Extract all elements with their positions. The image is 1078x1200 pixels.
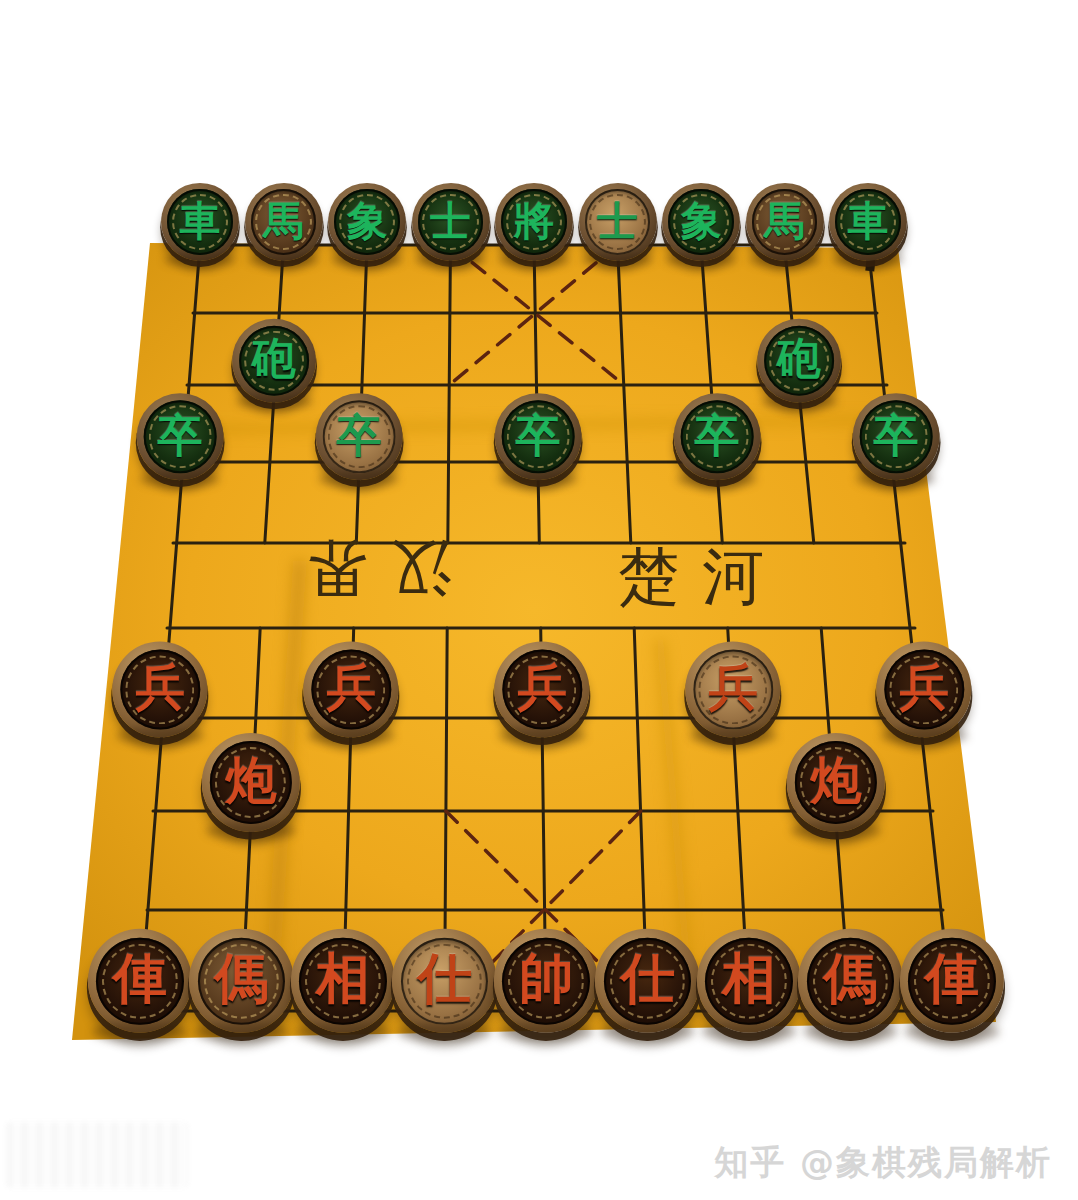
piece-face: 兵 — [120, 650, 200, 730]
piece-glyph: 傌 — [214, 952, 268, 1006]
piece-face: 馬 — [752, 189, 818, 255]
piece-face: 車 — [835, 189, 901, 255]
piece-red-chariot[interactable]: 俥 — [900, 929, 1004, 1033]
piece-glyph: 兵 — [326, 663, 376, 713]
piece-glyph: 將 — [514, 200, 555, 241]
piece-glyph: 相 — [316, 952, 370, 1006]
piece-face: 俥 — [908, 937, 995, 1024]
piece-glyph: 相 — [722, 952, 776, 1006]
piece-face: 士 — [418, 189, 484, 255]
piece-face: 仕 — [604, 937, 691, 1024]
piece-black-soldier[interactable]: 卒 — [495, 393, 582, 480]
piece-black-soldier[interactable]: 卒 — [316, 393, 403, 480]
piece-glyph: 俥 — [113, 952, 167, 1006]
piece-glyph: 象 — [347, 200, 388, 241]
piece-black-advisor[interactable]: 士 — [412, 183, 490, 261]
piece-face: 相 — [299, 937, 386, 1024]
piece-glyph: 兵 — [135, 663, 185, 713]
piece-face: 車 — [167, 189, 233, 255]
piece-face: 卒 — [144, 400, 217, 473]
piece-red-horse[interactable]: 傌 — [189, 929, 293, 1033]
piece-face: 俥 — [96, 937, 183, 1024]
piece-face: 炮 — [795, 741, 878, 824]
piece-glyph: 車 — [180, 200, 221, 241]
piece-red-advisor[interactable]: 仕 — [595, 929, 699, 1033]
piece-red-cannon[interactable]: 炮 — [202, 733, 300, 831]
piece-red-soldier[interactable]: 兵 — [112, 642, 207, 737]
piece-red-elephant[interactable]: 相 — [697, 929, 801, 1033]
piece-black-cannon[interactable]: 砲 — [232, 319, 316, 403]
piece-face: 帥 — [502, 937, 589, 1024]
piece-glyph: 卒 — [157, 413, 202, 458]
piece-black-general[interactable]: 將 — [495, 183, 573, 261]
piece-face: 傌 — [198, 937, 285, 1024]
piece-black-elephant[interactable]: 象 — [662, 183, 740, 261]
piece-face: 馬 — [251, 189, 317, 255]
piece-glyph: 卒 — [515, 413, 560, 458]
piece-glyph: 卒 — [694, 413, 739, 458]
piece-glyph: 馬 — [764, 200, 805, 241]
piece-glyph: 兵 — [708, 663, 758, 713]
piece-black-soldier[interactable]: 卒 — [137, 393, 224, 480]
piece-face: 卒 — [502, 400, 575, 473]
faint-watermark — [6, 1122, 188, 1188]
piece-face: 象 — [668, 189, 734, 255]
piece-glyph: 砲 — [777, 338, 821, 382]
piece-face: 卒 — [860, 400, 933, 473]
piece-face: 象 — [334, 189, 400, 255]
piece-black-soldier[interactable]: 卒 — [674, 393, 761, 480]
piece-glyph: 仕 — [620, 952, 674, 1006]
piece-black-horse[interactable]: 馬 — [746, 183, 824, 261]
piece-red-cannon[interactable]: 炮 — [787, 733, 885, 831]
piece-face: 相 — [705, 937, 792, 1024]
piece-black-chariot[interactable]: 車 — [829, 183, 907, 261]
piece-black-cannon[interactable]: 砲 — [757, 319, 841, 403]
piece-face: 卒 — [323, 400, 396, 473]
piece-red-chariot[interactable]: 俥 — [88, 929, 192, 1033]
piece-glyph: 砲 — [252, 338, 296, 382]
piece-face: 兵 — [693, 650, 773, 730]
river-label-chuhe: 楚河 — [618, 540, 786, 613]
piece-face: 傌 — [807, 937, 894, 1024]
piece-glyph: 仕 — [417, 952, 471, 1006]
piece-red-advisor[interactable]: 仕 — [392, 929, 496, 1033]
piece-glyph: 帥 — [519, 952, 573, 1006]
piece-glyph: 卒 — [873, 413, 918, 458]
piece-glyph: 馬 — [263, 200, 304, 241]
piece-face: 兵 — [884, 650, 964, 730]
piece-red-horse[interactable]: 傌 — [798, 929, 902, 1033]
piece-face: 兵 — [311, 650, 391, 730]
piece-glyph: 傌 — [823, 952, 877, 1006]
piece-face: 將 — [501, 189, 567, 255]
piece-red-soldier[interactable]: 兵 — [876, 642, 971, 737]
piece-black-soldier[interactable]: 卒 — [853, 393, 940, 480]
piece-face: 士 — [585, 189, 651, 255]
piece-red-soldier[interactable]: 兵 — [685, 642, 780, 737]
piece-glyph: 車 — [848, 200, 889, 241]
piece-glyph: 炮 — [225, 755, 276, 806]
piece-face: 砲 — [764, 326, 834, 396]
piece-black-advisor[interactable]: 士 — [579, 183, 657, 261]
piece-glyph: 俥 — [925, 952, 979, 1006]
piece-face: 仕 — [401, 937, 488, 1024]
zhihu-watermark: 知乎 @象棋残局解析 — [714, 1140, 1052, 1186]
piece-face: 炮 — [210, 741, 293, 824]
piece-black-chariot[interactable]: 車 — [161, 183, 239, 261]
piece-face: 兵 — [502, 650, 582, 730]
piece-face: 砲 — [239, 326, 309, 396]
piece-glyph: 兵 — [517, 663, 567, 713]
piece-glyph: 象 — [681, 200, 722, 241]
piece-red-elephant[interactable]: 相 — [291, 929, 395, 1033]
piece-face: 卒 — [681, 400, 754, 473]
river-label-hanjie: 汉界 — [284, 532, 452, 605]
piece-red-general[interactable]: 帥 — [494, 929, 598, 1033]
piece-glyph: 卒 — [336, 413, 381, 458]
piece-glyph: 士 — [430, 200, 471, 241]
piece-glyph: 兵 — [899, 663, 949, 713]
piece-red-soldier[interactable]: 兵 — [494, 642, 589, 737]
piece-black-horse[interactable]: 馬 — [245, 183, 323, 261]
piece-red-soldier[interactable]: 兵 — [303, 642, 398, 737]
piece-black-elephant[interactable]: 象 — [328, 183, 406, 261]
piece-glyph: 炮 — [810, 755, 861, 806]
xiangqi-photo: 汉界 楚河 車馬象士將士象馬車砲砲卒卒卒卒卒兵兵兵兵兵炮炮俥傌相仕帥仕相傌俥 知… — [0, 0, 1078, 1200]
piece-glyph: 士 — [597, 200, 638, 241]
